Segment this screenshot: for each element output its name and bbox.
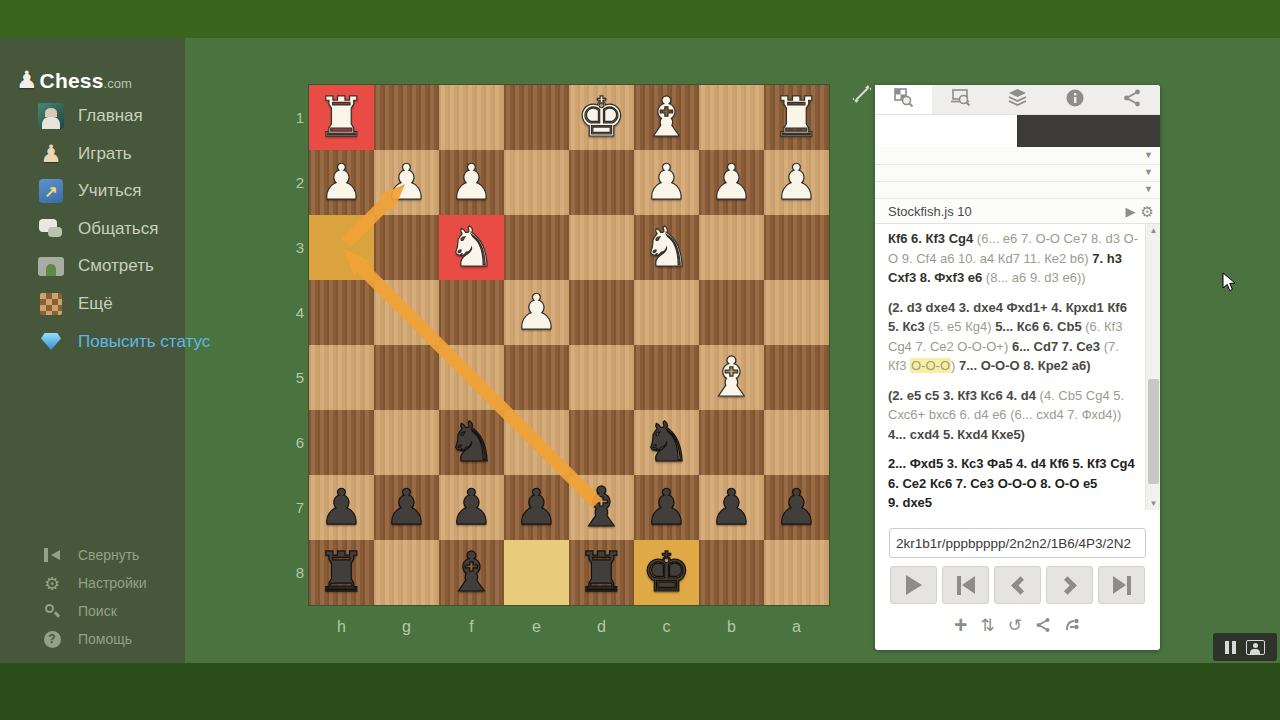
sidebar-footer-search[interactable]: Поиск xyxy=(0,597,185,625)
square-c2[interactable]: ♟ xyxy=(634,150,699,215)
page: ♟Chess.com Главная♟Играть↗УчитьсяОбщатьс… xyxy=(0,0,1280,720)
square-h7[interactable]: ♟ xyxy=(309,475,374,540)
move-variations-list: Кf6 6. Кf3 Сg4 (6... e6 7. O-O Се7 8. d3… xyxy=(875,224,1145,510)
square-c3[interactable]: ♞ xyxy=(634,215,699,280)
square-h2[interactable]: ♟ xyxy=(309,150,374,215)
tab-layers[interactable] xyxy=(989,85,1046,114)
square-b8[interactable] xyxy=(699,540,764,605)
piece-white-pawn[interactable]: ♟ xyxy=(710,150,754,215)
piece-black-rook[interactable]: ♜ xyxy=(317,540,366,605)
square-d7[interactable]: ♝ xyxy=(569,475,634,540)
square-b4[interactable] xyxy=(699,280,764,345)
square-d8[interactable]: ♜ xyxy=(569,540,634,605)
tab-analysis-board[interactable] xyxy=(875,85,932,114)
move-text[interactable]: 2... Фхd5 3. Кс3 Фа5 4. d4 Кf6 5. Кf3 Сg… xyxy=(888,456,1135,491)
square-b2[interactable]: ♟ xyxy=(699,150,764,215)
square-g8[interactable] xyxy=(374,540,439,605)
add-move-icon[interactable]: + xyxy=(954,615,967,635)
file-label-b: b xyxy=(699,618,764,636)
square-a6[interactable] xyxy=(764,410,829,475)
square-a5[interactable] xyxy=(764,345,829,410)
logo-brand: Chess xyxy=(40,69,104,93)
fork-moves-icon[interactable] xyxy=(1064,617,1081,633)
piece-black-knight[interactable]: ♞ xyxy=(642,410,691,475)
square-a4[interactable] xyxy=(764,280,829,345)
rank-label-1: 1 xyxy=(288,109,304,126)
square-f3[interactable]: ♞ xyxy=(439,215,504,280)
dropdown-row-2[interactable]: ▼ xyxy=(875,165,1160,182)
square-f8[interactable]: ♝ xyxy=(439,540,504,605)
move-text[interactable]: 7... O-O-O 8. Кре2 a6) xyxy=(959,358,1090,373)
move-text[interactable]: O-O-O xyxy=(910,358,951,373)
square-g5[interactable] xyxy=(374,345,439,410)
square-e6[interactable] xyxy=(504,410,569,475)
piece-white-pawn[interactable]: ♟ xyxy=(450,150,494,215)
square-d6[interactable] xyxy=(569,410,634,475)
play-icon xyxy=(906,575,922,595)
move-text[interactable]: ) xyxy=(951,358,959,373)
piece-black-pawn[interactable]: ♟ xyxy=(450,475,494,540)
engine-name: Stockfish.js 10 xyxy=(888,204,972,219)
square-c8[interactable]: ♚ xyxy=(634,540,699,605)
square-d1[interactable]: ♚ xyxy=(569,85,634,150)
piece-black-pawn[interactable]: ♟ xyxy=(775,475,819,540)
piece-white-pawn[interactable]: ♟ xyxy=(775,150,819,215)
move-text[interactable]: 9. dхe5 xyxy=(888,495,932,510)
scroll-up-icon[interactable]: ▲ xyxy=(1146,224,1161,237)
sidebar-footer-collapse[interactable]: Свернуть xyxy=(0,541,185,569)
skip-to-start-icon xyxy=(957,576,975,595)
piece-white-pawn[interactable]: ♟ xyxy=(645,150,689,215)
piece-white-bishop[interactable]: ♝ xyxy=(707,345,756,410)
piece-white-bishop[interactable]: ♝ xyxy=(642,85,691,150)
file-label-a: a xyxy=(764,618,829,636)
square-e8[interactable] xyxy=(504,540,569,605)
variation-line-1[interactable]: Кf6 6. Кf3 Сg4 (6... e6 7. O-O Се7 8. d3… xyxy=(888,229,1139,288)
piece-black-bishop[interactable]: ♝ xyxy=(577,475,626,540)
mouse-cursor xyxy=(1222,272,1236,292)
pause-icon[interactable] xyxy=(1225,641,1236,654)
square-g6[interactable] xyxy=(374,410,439,475)
footer-item-label: Настройки xyxy=(78,575,147,591)
chevron-down-icon: ▼ xyxy=(1144,167,1153,177)
square-f7[interactable]: ♟ xyxy=(439,475,504,540)
tab-share[interactable] xyxy=(1103,85,1160,114)
fen-input[interactable] xyxy=(889,528,1146,558)
variation-line-2[interactable]: (2. d3 dхe4 3. dхe4 Фхd1+ 4. Крхd1 Кf6 5… xyxy=(888,298,1139,376)
chat-bubbles-icon xyxy=(39,219,63,239)
square-g7[interactable]: ♟ xyxy=(374,475,439,540)
move-text[interactable]: (5. e5 Кg4) xyxy=(928,319,991,334)
square-d4[interactable] xyxy=(569,280,634,345)
expand-board-icon[interactable] xyxy=(852,84,872,104)
video-controls xyxy=(1213,633,1277,661)
move-text[interactable]: Кf6 6. Кf3 Сg4 xyxy=(888,231,977,246)
go-end-button[interactable] xyxy=(1098,566,1145,604)
piece-white-pawn[interactable]: ♟ xyxy=(320,150,364,215)
square-h1[interactable]: ♜ xyxy=(309,85,374,150)
square-f6[interactable]: ♞ xyxy=(439,410,504,475)
piece-white-pawn[interactable]: ♟ xyxy=(385,150,429,215)
file-label-d: d xyxy=(569,618,634,636)
piece-black-knight[interactable]: ♞ xyxy=(447,410,496,475)
footer-item-label: Свернуть xyxy=(78,547,139,563)
scrollbar-thumb[interactable] xyxy=(1148,379,1159,484)
piece-black-pawn[interactable]: ♟ xyxy=(515,475,559,540)
piece-white-king[interactable]: ♚ xyxy=(577,85,626,150)
square-e5[interactable] xyxy=(504,345,569,410)
sidebar-item-3[interactable]: ↗Учиться xyxy=(0,173,185,209)
square-a2[interactable]: ♟ xyxy=(764,150,829,215)
sidebar-item-label: Смотреть xyxy=(78,256,154,276)
square-h6[interactable] xyxy=(309,410,374,475)
rank-label-6: 6 xyxy=(288,434,304,451)
square-e1[interactable] xyxy=(504,85,569,150)
square-h8[interactable]: ♜ xyxy=(309,540,374,605)
square-f2[interactable]: ♟ xyxy=(439,150,504,215)
rank-label-8: 8 xyxy=(288,564,304,581)
gear-icon: ⚙ xyxy=(44,573,60,594)
share-line-icon[interactable] xyxy=(1035,617,1051,633)
flip-cycle-icon[interactable]: ⇅ xyxy=(980,615,994,635)
piece-black-king[interactable]: ♚ xyxy=(642,540,691,605)
piece-black-rook[interactable]: ♜ xyxy=(577,540,626,605)
sidebar-item-label: Играть xyxy=(78,144,132,164)
square-b1[interactable] xyxy=(699,85,764,150)
square-a3[interactable] xyxy=(764,215,829,280)
square-f1[interactable] xyxy=(439,85,504,150)
chevron-down-icon: ▼ xyxy=(1144,150,1153,160)
square-b6[interactable] xyxy=(699,410,764,475)
rank-label-3: 3 xyxy=(288,239,304,256)
panel-tab-bar xyxy=(875,85,1160,115)
move-text[interactable]: 6... Сd7 7. Се3 xyxy=(1008,339,1103,354)
file-label-c: c xyxy=(634,618,699,636)
share-icon xyxy=(1122,88,1142,112)
square-c5[interactable] xyxy=(634,345,699,410)
sidebar-item-label: Учиться xyxy=(78,181,142,201)
info-icon xyxy=(1065,88,1085,112)
next-move-button[interactable] xyxy=(1046,566,1093,604)
sidebar-item-5[interactable]: Смотреть xyxy=(0,248,185,284)
square-c7[interactable]: ♟ xyxy=(634,475,699,540)
move-text[interactable]: 5... Кс6 6. Сb5 xyxy=(992,319,1086,334)
analysis-scrollbar[interactable]: ▲ ▼ xyxy=(1145,224,1160,510)
sidebar-item-4[interactable]: Общаться xyxy=(0,211,185,247)
square-e7[interactable]: ♟ xyxy=(504,475,569,540)
search-icon xyxy=(44,603,60,619)
sidebar-footer-gear[interactable]: ⚙Настройки xyxy=(0,569,185,597)
sidebar-item-label: Главная xyxy=(78,106,143,126)
rank-label-5: 5 xyxy=(288,369,304,386)
chesscom-logo[interactable]: ♟Chess.com xyxy=(16,66,132,96)
square-d5[interactable] xyxy=(569,345,634,410)
rank-label-2: 2 xyxy=(288,174,304,191)
layers-icon xyxy=(1007,87,1028,112)
engine-settings-icon[interactable]: ⚙ xyxy=(1141,203,1154,221)
rank-label-4: 4 xyxy=(288,304,304,321)
tab-computer-analysis[interactable] xyxy=(932,85,989,114)
piece-black-pawn[interactable]: ♟ xyxy=(710,475,754,540)
collapse-icon xyxy=(44,548,60,562)
square-g3[interactable] xyxy=(374,215,439,280)
square-g2[interactable]: ♟ xyxy=(374,150,439,215)
analysis-board-icon xyxy=(893,87,914,112)
camera-person-icon[interactable] xyxy=(1246,640,1265,655)
sidebar-item-2[interactable]: ♟Играть xyxy=(0,136,185,172)
bottom-bar xyxy=(0,663,1280,720)
square-e3[interactable] xyxy=(504,215,569,280)
sidebar-item-label: Общаться xyxy=(78,219,158,239)
rank-label-7: 7 xyxy=(288,499,304,516)
file-label-g: g xyxy=(374,618,439,636)
square-h5[interactable] xyxy=(309,345,374,410)
square-c1[interactable]: ♝ xyxy=(634,85,699,150)
sidebar: ♟Chess.com Главная♟Играть↗УчитьсяОбщатьс… xyxy=(0,38,185,663)
engine-play-icon[interactable]: ▶ xyxy=(1126,204,1136,219)
variation-line-3[interactable]: (2. e5 c5 3. Кf3 Кс6 4. d4 (4. Сb5 Сg4 5… xyxy=(888,386,1139,445)
piece-white-knight[interactable]: ♞ xyxy=(642,215,691,280)
square-d2[interactable] xyxy=(569,150,634,215)
dropdown-row-3[interactable]: ▼ xyxy=(875,182,1160,199)
move-text[interactable]: (2. e5 c5 3. Кf3 Кс6 4. d4 xyxy=(888,388,1040,403)
chess-board: ♜♚♝♜♟♟♟♟♟♟♞♞♟♝♞♞♟♟♟♟♝♟♟♟♜♝♜♚ xyxy=(309,85,829,605)
piece-white-pawn[interactable]: ♟ xyxy=(515,280,559,345)
logo-pawn-icon: ♟ xyxy=(16,66,38,94)
variation-line-4[interactable]: 2... Фхd5 3. Кс3 Фа5 4. d4 Кf6 5. Кf3 Сg… xyxy=(888,454,1139,510)
top-bar xyxy=(0,0,1280,38)
square-c6[interactable]: ♞ xyxy=(634,410,699,475)
square-h4[interactable] xyxy=(309,280,374,345)
watch-screen-icon xyxy=(38,257,64,276)
upgrade-diamond-icon xyxy=(41,333,61,350)
piece-black-bishop[interactable]: ♝ xyxy=(447,540,496,605)
square-e2[interactable] xyxy=(504,150,569,215)
sidebar-item-label: Ещё xyxy=(78,294,113,314)
tab-info[interactable] xyxy=(1046,85,1103,114)
scroll-down-icon[interactable]: ▼ xyxy=(1146,497,1161,510)
sidebar-item-7[interactable]: Повысить статус xyxy=(0,324,185,360)
prev-move-button[interactable] xyxy=(994,566,1041,604)
square-a1[interactable]: ♜ xyxy=(764,85,829,150)
square-a8[interactable] xyxy=(764,540,829,605)
square-b3[interactable] xyxy=(699,215,764,280)
piece-white-rook[interactable]: ♜ xyxy=(317,85,366,150)
sidebar-item-label: Повысить статус xyxy=(78,332,210,352)
piece-black-pawn[interactable]: ♟ xyxy=(320,475,364,540)
engine-row: Stockfish.js 10 ▶ ⚙ xyxy=(875,199,1160,224)
piece-white-knight[interactable]: ♞ xyxy=(447,215,496,280)
move-text[interactable]: (8... a6 9. d3 e6)) xyxy=(986,270,1086,285)
footer-item-label: Поиск xyxy=(78,603,117,619)
more-board-icon xyxy=(40,293,62,315)
square-d3[interactable] xyxy=(569,215,634,280)
skip-to-end-icon xyxy=(1113,576,1131,595)
chevron-down-icon: ▼ xyxy=(1144,184,1153,194)
computer-analysis-icon xyxy=(950,87,972,112)
help-icon: ? xyxy=(44,631,61,648)
dropdown-row-1[interactable]: ▼ xyxy=(875,147,1160,165)
square-h3[interactable] xyxy=(309,215,374,280)
go-start-button[interactable] xyxy=(942,566,989,604)
piece-black-pawn[interactable]: ♟ xyxy=(385,475,429,540)
chevron-right-icon xyxy=(1058,576,1076,594)
learn-arrow-icon: ↗ xyxy=(39,179,63,203)
square-g4[interactable] xyxy=(374,280,439,345)
sidebar-item-1[interactable]: Главная xyxy=(0,98,185,134)
board-theme-preview[interactable] xyxy=(1017,115,1160,147)
play-pawn-icon: ♟ xyxy=(40,140,62,168)
analysis-panel: ▼▼▼ Stockfish.js 10 ▶ ⚙ Кf6 6. Кf3 Сg4 (… xyxy=(875,85,1160,650)
square-f4[interactable] xyxy=(439,280,504,345)
user-avatar xyxy=(38,103,64,129)
reset-icon[interactable]: ↺ xyxy=(1008,615,1022,635)
sidebar-footer-help[interactable]: ?Помощь xyxy=(0,625,185,653)
square-g1[interactable] xyxy=(374,85,439,150)
sidebar-item-6[interactable]: Ещё xyxy=(0,286,185,322)
square-e4[interactable]: ♟ xyxy=(504,280,569,345)
square-b7[interactable]: ♟ xyxy=(699,475,764,540)
file-label-f: f xyxy=(439,618,504,636)
piece-white-rook[interactable]: ♜ xyxy=(772,85,821,150)
logo-tld: .com xyxy=(104,76,132,91)
chevron-left-icon xyxy=(1011,576,1029,594)
square-c4[interactable] xyxy=(634,280,699,345)
move-text[interactable]: 4... cхd4 5. Кхd4 Кхе5) xyxy=(888,427,1025,442)
footer-item-label: Помощь xyxy=(78,631,132,647)
file-label-h: h xyxy=(309,618,374,636)
autoplay-button[interactable] xyxy=(890,566,937,604)
square-f5[interactable] xyxy=(439,345,504,410)
square-b5[interactable]: ♝ xyxy=(699,345,764,410)
square-a7[interactable]: ♟ xyxy=(764,475,829,540)
file-label-e: e xyxy=(504,618,569,636)
piece-black-pawn[interactable]: ♟ xyxy=(645,475,689,540)
